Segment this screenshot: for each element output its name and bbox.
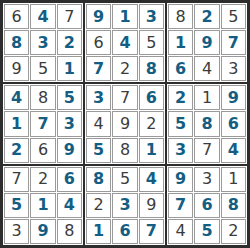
sudoku-cell-r8c9-solved[interactable]: 8 (221, 193, 246, 218)
sudoku-cell-r1c6-solved[interactable]: 3 (139, 4, 164, 29)
sudoku-cell-r8c6-given[interactable]: 9 (139, 193, 164, 218)
sudoku-cell-r7c7-solved[interactable]: 9 (168, 167, 193, 192)
sudoku-cell-r7c8-given[interactable]: 3 (194, 167, 219, 192)
sudoku-cell-r6c1-solved[interactable]: 2 (4, 138, 29, 163)
sudoku-box-1: 647832951 (2, 2, 84, 83)
sudoku-cell-r5c3-solved[interactable]: 3 (57, 111, 82, 136)
sudoku-cell-r7c9-given[interactable]: 1 (221, 167, 246, 192)
sudoku-box-3: 825197643 (166, 2, 248, 83)
sudoku-cell-r4c1-solved[interactable]: 4 (4, 85, 29, 110)
sudoku-cell-r9c8-solved[interactable]: 5 (194, 219, 219, 244)
sudoku-cell-r5c4-given[interactable]: 4 (86, 111, 111, 136)
sudoku-cell-r2c6-given[interactable]: 5 (139, 30, 164, 55)
sudoku-cell-r1c7-given[interactable]: 8 (168, 4, 193, 29)
sudoku-cell-r4c7-solved[interactable]: 2 (168, 85, 193, 110)
sudoku-cell-r8c2-solved[interactable]: 1 (30, 193, 55, 218)
sudoku-cell-r3c6-solved[interactable]: 8 (139, 56, 164, 81)
sudoku-cell-r1c8-solved[interactable]: 2 (194, 4, 219, 29)
sudoku-cell-r2c3-solved[interactable]: 2 (57, 30, 82, 55)
sudoku-cell-r1c3-given[interactable]: 7 (57, 4, 82, 29)
sudoku-cell-r7c2-given[interactable]: 2 (30, 167, 55, 192)
sudoku-cell-r6c7-solved[interactable]: 3 (168, 138, 193, 163)
sudoku-cell-r9c4-solved[interactable]: 1 (86, 219, 111, 244)
sudoku-cell-r4c4-solved[interactable]: 3 (86, 85, 111, 110)
sudoku-box-9: 931768452 (166, 165, 248, 246)
sudoku-cell-r6c2-given[interactable]: 6 (30, 138, 55, 163)
sudoku-cell-r5c9-solved[interactable]: 6 (221, 111, 246, 136)
sudoku-cell-r6c6-solved[interactable]: 1 (139, 138, 164, 163)
sudoku-cell-r7c6-solved[interactable]: 4 (139, 167, 164, 192)
sudoku-cell-r8c4-given[interactable]: 2 (86, 193, 111, 218)
sudoku-cell-r3c9-given[interactable]: 3 (221, 56, 246, 81)
sudoku-cell-r2c1-solved[interactable]: 8 (4, 30, 29, 55)
sudoku-cell-r9c2-solved[interactable]: 9 (30, 219, 55, 244)
sudoku-cell-r5c2-solved[interactable]: 7 (30, 111, 55, 136)
sudoku-cell-r6c8-given[interactable]: 7 (194, 138, 219, 163)
sudoku-cell-r7c4-solved[interactable]: 8 (86, 167, 111, 192)
sudoku-cell-r9c3-given[interactable]: 8 (57, 219, 82, 244)
sudoku-cell-r3c5-given[interactable]: 2 (112, 56, 137, 81)
sudoku-cell-r4c8-given[interactable]: 1 (194, 85, 219, 110)
sudoku-cell-r6c5-given[interactable]: 8 (112, 138, 137, 163)
sudoku-cell-r4c6-solved[interactable]: 6 (139, 85, 164, 110)
sudoku-cell-r2c7-solved[interactable]: 1 (168, 30, 193, 55)
sudoku-cell-r5c1-solved[interactable]: 1 (4, 111, 29, 136)
sudoku-cell-r1c5-solved[interactable]: 1 (112, 4, 137, 29)
sudoku-cell-r9c1-given[interactable]: 3 (4, 219, 29, 244)
sudoku-cell-r3c7-solved[interactable]: 6 (168, 56, 193, 81)
sudoku-cell-r2c5-solved[interactable]: 4 (112, 30, 137, 55)
sudoku-cell-r8c5-solved[interactable]: 3 (112, 193, 137, 218)
sudoku-cell-r1c2-solved[interactable]: 4 (30, 4, 55, 29)
sudoku-cell-r9c5-solved[interactable]: 6 (112, 219, 137, 244)
sudoku-cell-r2c9-solved[interactable]: 7 (221, 30, 246, 55)
sudoku-cell-r7c5-given[interactable]: 5 (112, 167, 137, 192)
sudoku-cell-r8c1-solved[interactable]: 5 (4, 193, 29, 218)
sudoku-cell-r5c8-solved[interactable]: 8 (194, 111, 219, 136)
sudoku-board: 6478329519136457288251976434851732693764… (0, 0, 250, 248)
sudoku-cell-r1c9-given[interactable]: 5 (221, 4, 246, 29)
sudoku-cell-r5c7-solved[interactable]: 5 (168, 111, 193, 136)
sudoku-cell-r8c8-solved[interactable]: 6 (194, 193, 219, 218)
sudoku-cell-r5c5-given[interactable]: 9 (112, 111, 137, 136)
sudoku-cell-r3c1-given[interactable]: 9 (4, 56, 29, 81)
sudoku-cell-r3c4-solved[interactable]: 7 (86, 56, 111, 81)
sudoku-cell-r7c1-given[interactable]: 7 (4, 167, 29, 192)
sudoku-box-4: 485173269 (2, 83, 84, 164)
sudoku-cell-r9c9-given[interactable]: 2 (221, 219, 246, 244)
sudoku-box-6: 219586374 (166, 83, 248, 164)
sudoku-cell-r2c2-solved[interactable]: 3 (30, 30, 55, 55)
sudoku-cell-r7c3-solved[interactable]: 6 (57, 167, 82, 192)
sudoku-cell-r4c2-given[interactable]: 8 (30, 85, 55, 110)
sudoku-box-2: 913645728 (84, 2, 166, 83)
sudoku-cell-r6c4-solved[interactable]: 5 (86, 138, 111, 163)
sudoku-cell-r8c7-solved[interactable]: 7 (168, 193, 193, 218)
sudoku-box-8: 854239167 (84, 165, 166, 246)
sudoku-box-7: 726514398 (2, 165, 84, 246)
sudoku-cell-r5c6-given[interactable]: 2 (139, 111, 164, 136)
sudoku-box-5: 376492581 (84, 83, 166, 164)
sudoku-cell-r9c7-given[interactable]: 4 (168, 219, 193, 244)
sudoku-cell-r6c9-solved[interactable]: 4 (221, 138, 246, 163)
sudoku-cell-r2c8-solved[interactable]: 9 (194, 30, 219, 55)
sudoku-cell-r3c8-given[interactable]: 4 (194, 56, 219, 81)
sudoku-cell-r3c2-given[interactable]: 5 (30, 56, 55, 81)
sudoku-cell-r4c3-solved[interactable]: 5 (57, 85, 82, 110)
sudoku-cell-r8c3-solved[interactable]: 4 (57, 193, 82, 218)
sudoku-cell-r4c5-given[interactable]: 7 (112, 85, 137, 110)
sudoku-cell-r1c4-solved[interactable]: 9 (86, 4, 111, 29)
sudoku-cell-r6c3-solved[interactable]: 9 (57, 138, 82, 163)
sudoku-cell-r2c4-given[interactable]: 6 (86, 30, 111, 55)
sudoku-cell-r4c9-solved[interactable]: 9 (221, 85, 246, 110)
sudoku-cell-r1c1-given[interactable]: 6 (4, 4, 29, 29)
sudoku-cell-r3c3-solved[interactable]: 1 (57, 56, 82, 81)
sudoku-cell-r9c6-solved[interactable]: 7 (139, 219, 164, 244)
